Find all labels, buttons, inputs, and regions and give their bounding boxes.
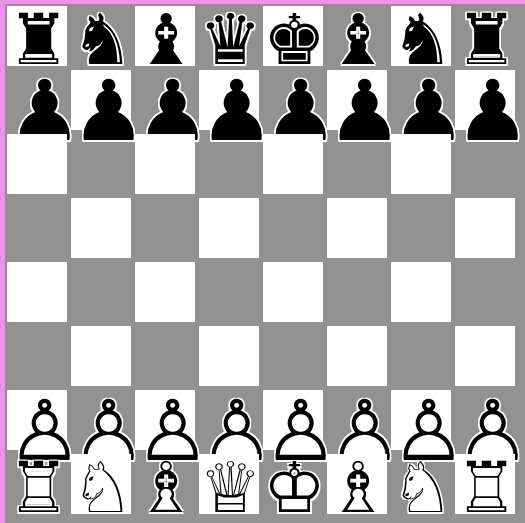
square-f2[interactable]: ♟♙ xyxy=(325,388,389,452)
square-a4[interactable] xyxy=(5,260,69,324)
square-h7[interactable]: ♟ xyxy=(453,68,517,132)
square-e5[interactable] xyxy=(261,196,325,260)
piece-black-knight-b8[interactable]: ♞ xyxy=(71,6,131,66)
white-king-glyph: ♔ xyxy=(263,453,326,523)
square-g6[interactable] xyxy=(389,132,453,196)
square-g7[interactable]: ♟ xyxy=(389,68,453,132)
piece-black-pawn-h7[interactable]: ♟ xyxy=(455,70,515,130)
window-border-top xyxy=(0,0,525,4)
square-e4[interactable] xyxy=(261,260,325,324)
square-d7[interactable]: ♟ xyxy=(197,68,261,132)
piece-black-bishop-f8[interactable]: ♝ xyxy=(327,6,387,66)
piece-black-knight-g8[interactable]: ♞ xyxy=(391,6,451,66)
square-c3[interactable] xyxy=(133,324,197,388)
piece-black-pawn-a7[interactable]: ♟ xyxy=(7,70,67,130)
piece-white-pawn-a2[interactable]: ♟♙ xyxy=(7,390,67,450)
piece-white-knight-b1[interactable]: ♞♘ xyxy=(71,454,131,514)
square-c7[interactable]: ♟ xyxy=(133,68,197,132)
square-h4[interactable] xyxy=(453,260,517,324)
square-c5[interactable] xyxy=(133,196,197,260)
piece-black-bishop-c8[interactable]: ♝ xyxy=(135,6,195,66)
square-g4[interactable] xyxy=(389,260,453,324)
piece-white-rook-a1[interactable]: ♜♖ xyxy=(7,454,67,514)
piece-white-pawn-h2[interactable]: ♟♙ xyxy=(455,390,515,450)
white-queen-glyph: ♕ xyxy=(199,453,262,523)
square-g5[interactable] xyxy=(389,196,453,260)
square-h8[interactable]: ♜ xyxy=(453,4,517,68)
square-f4[interactable] xyxy=(325,260,389,324)
square-f7[interactable]: ♟ xyxy=(325,68,389,132)
square-a3[interactable] xyxy=(5,324,69,388)
square-h3[interactable] xyxy=(453,324,517,388)
square-d8[interactable]: ♛ xyxy=(197,4,261,68)
piece-white-queen-d1[interactable]: ♛♕ xyxy=(199,454,259,514)
square-g1[interactable]: ♞♘ xyxy=(389,452,453,516)
square-a6[interactable] xyxy=(5,132,69,196)
square-f3[interactable] xyxy=(325,324,389,388)
square-a2[interactable]: ♟♙ xyxy=(5,388,69,452)
square-c4[interactable] xyxy=(133,260,197,324)
piece-black-queen-d8[interactable]: ♛ xyxy=(199,6,259,66)
square-g2[interactable]: ♟♙ xyxy=(389,388,453,452)
piece-white-pawn-d2[interactable]: ♟♙ xyxy=(199,390,259,450)
square-c6[interactable] xyxy=(133,132,197,196)
piece-black-pawn-e7[interactable]: ♟ xyxy=(263,70,323,130)
square-b6[interactable] xyxy=(69,132,133,196)
square-a8[interactable]: ♜ xyxy=(5,4,69,68)
white-knight-glyph: ♘ xyxy=(391,453,454,523)
piece-white-pawn-b2[interactable]: ♟♙ xyxy=(71,390,131,450)
square-d5[interactable] xyxy=(197,196,261,260)
square-c1[interactable]: ♝♗ xyxy=(133,452,197,516)
piece-black-pawn-d7[interactable]: ♟ xyxy=(199,70,259,130)
square-e2[interactable]: ♟♙ xyxy=(261,388,325,452)
square-a7[interactable]: ♟ xyxy=(5,68,69,132)
piece-white-pawn-g2[interactable]: ♟♙ xyxy=(391,390,451,450)
piece-black-rook-a8[interactable]: ♜ xyxy=(7,6,67,66)
square-f5[interactable] xyxy=(325,196,389,260)
square-h5[interactable] xyxy=(453,196,517,260)
piece-black-pawn-b7[interactable]: ♟ xyxy=(71,70,131,130)
piece-black-pawn-f7[interactable]: ♟ xyxy=(327,70,387,130)
white-rook-glyph: ♖ xyxy=(455,453,518,523)
square-a1[interactable]: ♜♖ xyxy=(5,452,69,516)
piece-black-pawn-c7[interactable]: ♟ xyxy=(135,70,195,130)
square-b1[interactable]: ♞♘ xyxy=(69,452,133,516)
square-e7[interactable]: ♟ xyxy=(261,68,325,132)
chess-app-window: ♜♞♝♛♚♝♞♜♟♟♟♟♟♟♟♟♟♙♟♙♟♙♟♙♟♙♟♙♟♙♟♙♜♖♞♘♝♗♛♕… xyxy=(0,0,525,523)
square-c2[interactable]: ♟♙ xyxy=(133,388,197,452)
chess-board: ♜♞♝♛♚♝♞♜♟♟♟♟♟♟♟♟♟♙♟♙♟♙♟♙♟♙♟♙♟♙♟♙♜♖♞♘♝♗♛♕… xyxy=(5,4,517,516)
square-e8[interactable]: ♚ xyxy=(261,4,325,68)
square-e3[interactable] xyxy=(261,324,325,388)
square-f1[interactable]: ♝♗ xyxy=(325,452,389,516)
square-b5[interactable] xyxy=(69,196,133,260)
square-h6[interactable] xyxy=(453,132,517,196)
square-h2[interactable]: ♟♙ xyxy=(453,388,517,452)
square-f6[interactable] xyxy=(325,132,389,196)
white-rook-glyph: ♖ xyxy=(7,453,70,523)
piece-black-king-e8[interactable]: ♚ xyxy=(263,6,323,66)
square-g3[interactable] xyxy=(389,324,453,388)
piece-white-pawn-e2[interactable]: ♟♙ xyxy=(263,390,323,450)
square-d6[interactable] xyxy=(197,132,261,196)
square-f8[interactable]: ♝ xyxy=(325,4,389,68)
piece-black-pawn-g7[interactable]: ♟ xyxy=(391,70,451,130)
square-a5[interactable] xyxy=(5,196,69,260)
square-e1[interactable]: ♚♔ xyxy=(261,452,325,516)
square-b8[interactable]: ♞ xyxy=(69,4,133,68)
square-b7[interactable]: ♟ xyxy=(69,68,133,132)
piece-white-bishop-c1[interactable]: ♝♗ xyxy=(135,454,195,514)
square-c8[interactable]: ♝ xyxy=(133,4,197,68)
piece-white-king-e1[interactable]: ♚♔ xyxy=(263,454,323,514)
window-border-left xyxy=(0,0,5,523)
square-b4[interactable] xyxy=(69,260,133,324)
square-d2[interactable]: ♟♙ xyxy=(197,388,261,452)
piece-white-knight-g1[interactable]: ♞♘ xyxy=(391,454,451,514)
square-b2[interactable]: ♟♙ xyxy=(69,388,133,452)
piece-white-rook-h1[interactable]: ♜♖ xyxy=(455,454,515,514)
square-h1[interactable]: ♜♖ xyxy=(453,452,517,516)
white-bishop-glyph: ♗ xyxy=(135,453,198,523)
piece-white-bishop-f1[interactable]: ♝♗ xyxy=(327,454,387,514)
square-e6[interactable] xyxy=(261,132,325,196)
square-d1[interactable]: ♛♕ xyxy=(197,452,261,516)
square-d4[interactable] xyxy=(197,260,261,324)
piece-white-pawn-c2[interactable]: ♟♙ xyxy=(135,390,195,450)
white-bishop-glyph: ♗ xyxy=(327,453,390,523)
square-d3[interactable] xyxy=(197,324,261,388)
piece-white-pawn-f2[interactable]: ♟♙ xyxy=(327,390,387,450)
square-g8[interactable]: ♞ xyxy=(389,4,453,68)
white-knight-glyph: ♘ xyxy=(71,453,134,523)
square-b3[interactable] xyxy=(69,324,133,388)
piece-black-rook-h8[interactable]: ♜ xyxy=(455,6,515,66)
